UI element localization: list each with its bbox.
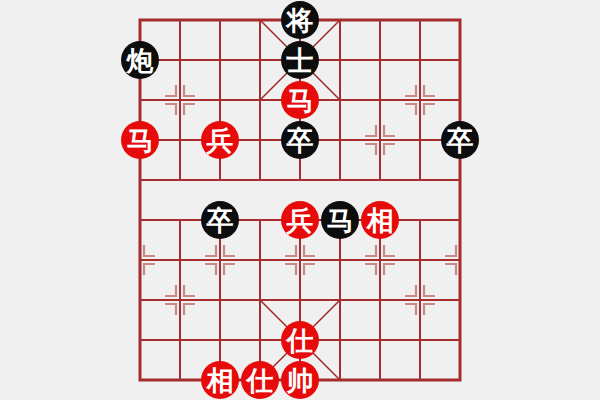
piece-black-soldier[interactable]: 卒 (441, 121, 479, 159)
piece-red-elephant[interactable]: 相 (361, 201, 399, 239)
piece-red-general[interactable]: 帅 (281, 361, 319, 399)
xiangqi-board-screen: 将士炮卒卒卒马马马兵兵相相仕仕帅 (0, 0, 600, 400)
piece-red-advisor[interactable]: 仕 (281, 321, 319, 359)
piece-red-soldier[interactable]: 兵 (281, 201, 319, 239)
piece-red-elephant[interactable]: 相 (201, 361, 239, 399)
piece-black-cannon[interactable]: 炮 (121, 41, 159, 79)
piece-red-horse[interactable]: 马 (281, 81, 319, 119)
pieces-layer: 将士炮卒卒卒马马马兵兵相相仕仕帅 (120, 0, 480, 400)
piece-black-horse[interactable]: 马 (321, 201, 359, 239)
piece-red-horse[interactable]: 马 (121, 121, 159, 159)
piece-black-advisor[interactable]: 士 (281, 41, 319, 79)
piece-black-soldier[interactable]: 卒 (281, 121, 319, 159)
piece-red-advisor[interactable]: 仕 (241, 361, 279, 399)
piece-black-general[interactable]: 将 (281, 1, 319, 39)
piece-red-soldier[interactable]: 兵 (201, 121, 239, 159)
piece-black-soldier[interactable]: 卒 (201, 201, 239, 239)
